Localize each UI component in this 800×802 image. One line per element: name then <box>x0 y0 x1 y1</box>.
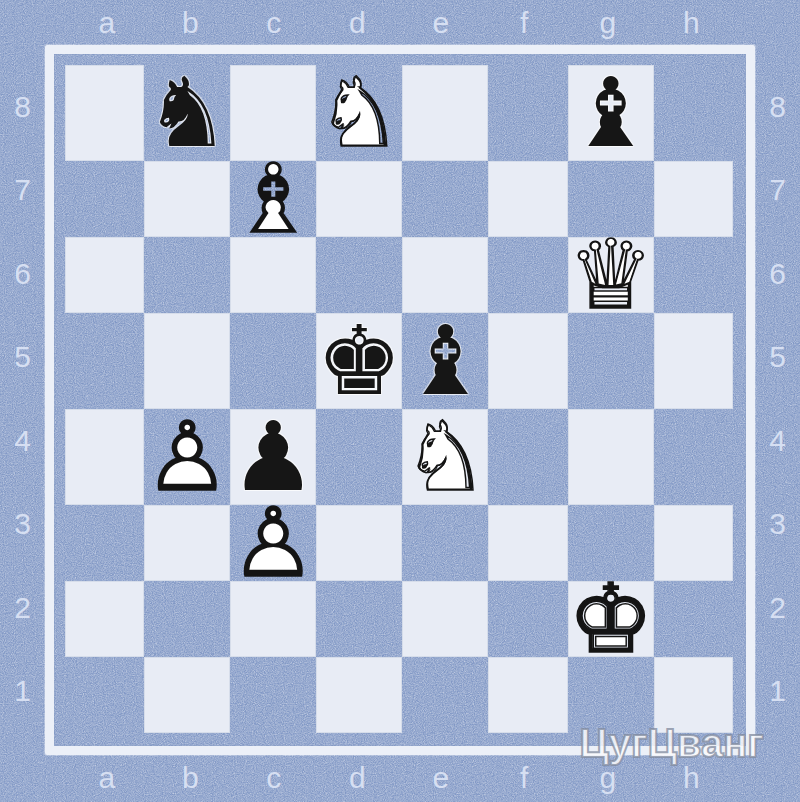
piece-black-bishop-e5[interactable]: ♝ <box>402 313 488 409</box>
rank-label-6-left: 6 <box>0 232 45 316</box>
square-f2[interactable] <box>488 581 567 657</box>
square-b7[interactable] <box>144 161 230 237</box>
square-e7[interactable] <box>402 161 488 237</box>
square-d2[interactable] <box>316 581 402 657</box>
rank-label-5-right: 5 <box>755 316 800 400</box>
square-a1[interactable] <box>65 657 144 733</box>
square-b6[interactable] <box>144 237 230 313</box>
square-a4[interactable] <box>65 409 144 505</box>
piece-white-pawn-b4[interactable]: ♟♙ <box>144 409 230 505</box>
square-e5[interactable]: ♝ <box>402 313 488 409</box>
square-h7[interactable] <box>654 161 733 237</box>
rank-label-2-left: 2 <box>0 566 45 650</box>
file-label-d-top: d <box>316 6 400 40</box>
square-d8[interactable]: ♞♘ <box>316 65 402 161</box>
square-c5[interactable] <box>230 313 316 409</box>
white-piece-outline: ♙ <box>144 409 230 505</box>
file-label-c-top: c <box>232 6 316 40</box>
square-d4[interactable] <box>316 409 402 505</box>
rank-labels-left: 87654321 <box>0 65 45 733</box>
rank-label-8-right: 8 <box>755 65 800 149</box>
square-e4[interactable]: ♞♘ <box>402 409 488 505</box>
piece-black-knight-b8[interactable]: ♞ <box>144 65 230 161</box>
piece-white-king-g2[interactable]: ♚♔ <box>568 581 654 657</box>
square-g6[interactable]: ♛♕ <box>568 237 654 313</box>
square-c7[interactable]: ♝♗ <box>230 161 316 237</box>
square-g2[interactable]: ♚♔ <box>568 581 654 657</box>
file-labels-top: abcdefgh <box>65 0 733 45</box>
square-e8[interactable] <box>402 65 488 161</box>
file-label-h-bottom: h <box>650 761 734 795</box>
square-a7[interactable] <box>65 161 144 237</box>
square-a2[interactable] <box>65 581 144 657</box>
file-label-e-bottom: e <box>399 761 483 795</box>
square-g5[interactable] <box>568 313 654 409</box>
rank-labels-right: 87654321 <box>755 65 800 733</box>
square-c1[interactable] <box>230 657 316 733</box>
rank-label-1-left: 1 <box>0 650 45 734</box>
rank-label-2-right: 2 <box>755 566 800 650</box>
square-f1[interactable] <box>488 657 567 733</box>
square-d5[interactable]: ♚ <box>316 313 402 409</box>
square-a6[interactable] <box>65 237 144 313</box>
file-label-f-bottom: f <box>483 761 567 795</box>
rank-label-8-left: 8 <box>0 65 45 149</box>
square-c3[interactable]: ♟♙ <box>230 505 316 581</box>
square-b5[interactable] <box>144 313 230 409</box>
square-e3[interactable] <box>402 505 488 581</box>
watermark: ЦугЦванг <box>580 724 764 762</box>
square-g8[interactable]: ♝ <box>568 65 654 161</box>
square-h8[interactable] <box>654 65 733 161</box>
square-f3[interactable] <box>488 505 567 581</box>
piece-black-king-d5[interactable]: ♚ <box>316 313 402 409</box>
rank-label-5-left: 5 <box>0 316 45 400</box>
square-a3[interactable] <box>65 505 144 581</box>
square-b3[interactable] <box>144 505 230 581</box>
rank-label-7-right: 7 <box>755 149 800 233</box>
white-piece-outline: ♙ <box>230 495 316 591</box>
square-g4[interactable] <box>568 409 654 505</box>
rank-label-7-left: 7 <box>0 149 45 233</box>
piece-white-pawn-c3[interactable]: ♟♙ <box>230 505 316 581</box>
square-d1[interactable] <box>316 657 402 733</box>
square-a8[interactable] <box>65 65 144 161</box>
rank-label-6-right: 6 <box>755 232 800 316</box>
rank-label-3-right: 3 <box>755 483 800 567</box>
square-h2[interactable] <box>654 581 733 657</box>
chess-board: ♞♞♘♝♝♗♛♕♚♝♟♙♟♞♘♟♙♚♔ <box>65 65 733 733</box>
file-label-g-top: g <box>566 6 650 40</box>
piece-white-queen-g6[interactable]: ♛♕ <box>568 237 654 313</box>
square-b4[interactable]: ♟♙ <box>144 409 230 505</box>
file-label-a-bottom: a <box>65 761 149 795</box>
file-label-e-top: e <box>399 6 483 40</box>
file-label-b-bottom: b <box>149 761 233 795</box>
rank-label-4-right: 4 <box>755 399 800 483</box>
square-f5[interactable] <box>488 313 567 409</box>
file-label-f-top: f <box>483 6 567 40</box>
white-piece-outline: ♔ <box>568 571 654 667</box>
square-h4[interactable] <box>654 409 733 505</box>
square-f8[interactable] <box>488 65 567 161</box>
white-piece-outline: ♕ <box>568 227 654 323</box>
square-d7[interactable] <box>316 161 402 237</box>
white-piece-outline: ♘ <box>316 65 402 161</box>
rank-label-3-left: 3 <box>0 483 45 567</box>
file-label-d-bottom: d <box>316 761 400 795</box>
white-piece-outline: ♗ <box>230 151 316 247</box>
rank-label-4-left: 4 <box>0 399 45 483</box>
square-f6[interactable] <box>488 237 567 313</box>
file-label-b-top: b <box>149 6 233 40</box>
square-e2[interactable] <box>402 581 488 657</box>
white-piece-outline: ♘ <box>402 409 488 505</box>
square-b2[interactable] <box>144 581 230 657</box>
file-label-c-bottom: c <box>232 761 316 795</box>
square-e6[interactable] <box>402 237 488 313</box>
square-d6[interactable] <box>316 237 402 313</box>
square-d3[interactable] <box>316 505 402 581</box>
square-c6[interactable] <box>230 237 316 313</box>
piece-white-bishop-c7[interactable]: ♝♗ <box>230 161 316 237</box>
square-b1[interactable] <box>144 657 230 733</box>
square-h3[interactable] <box>654 505 733 581</box>
piece-black-bishop-g8[interactable]: ♝ <box>568 65 654 161</box>
square-e1[interactable] <box>402 657 488 733</box>
square-b8[interactable]: ♞ <box>144 65 230 161</box>
square-f7[interactable] <box>488 161 567 237</box>
chess-diagram: ♞♞♘♝♝♗♛♕♚♝♟♙♟♞♘♟♙♚♔ abcdefgh abcdefgh 87… <box>0 0 800 802</box>
file-label-h-top: h <box>650 6 734 40</box>
square-c2[interactable] <box>230 581 316 657</box>
square-h6[interactable] <box>654 237 733 313</box>
square-f4[interactable] <box>488 409 567 505</box>
file-label-g-bottom: g <box>566 761 650 795</box>
piece-white-knight-e4[interactable]: ♞♘ <box>402 409 488 505</box>
piece-white-knight-d8[interactable]: ♞♘ <box>316 65 402 161</box>
file-label-a-top: a <box>65 6 149 40</box>
square-h5[interactable] <box>654 313 733 409</box>
square-a5[interactable] <box>65 313 144 409</box>
